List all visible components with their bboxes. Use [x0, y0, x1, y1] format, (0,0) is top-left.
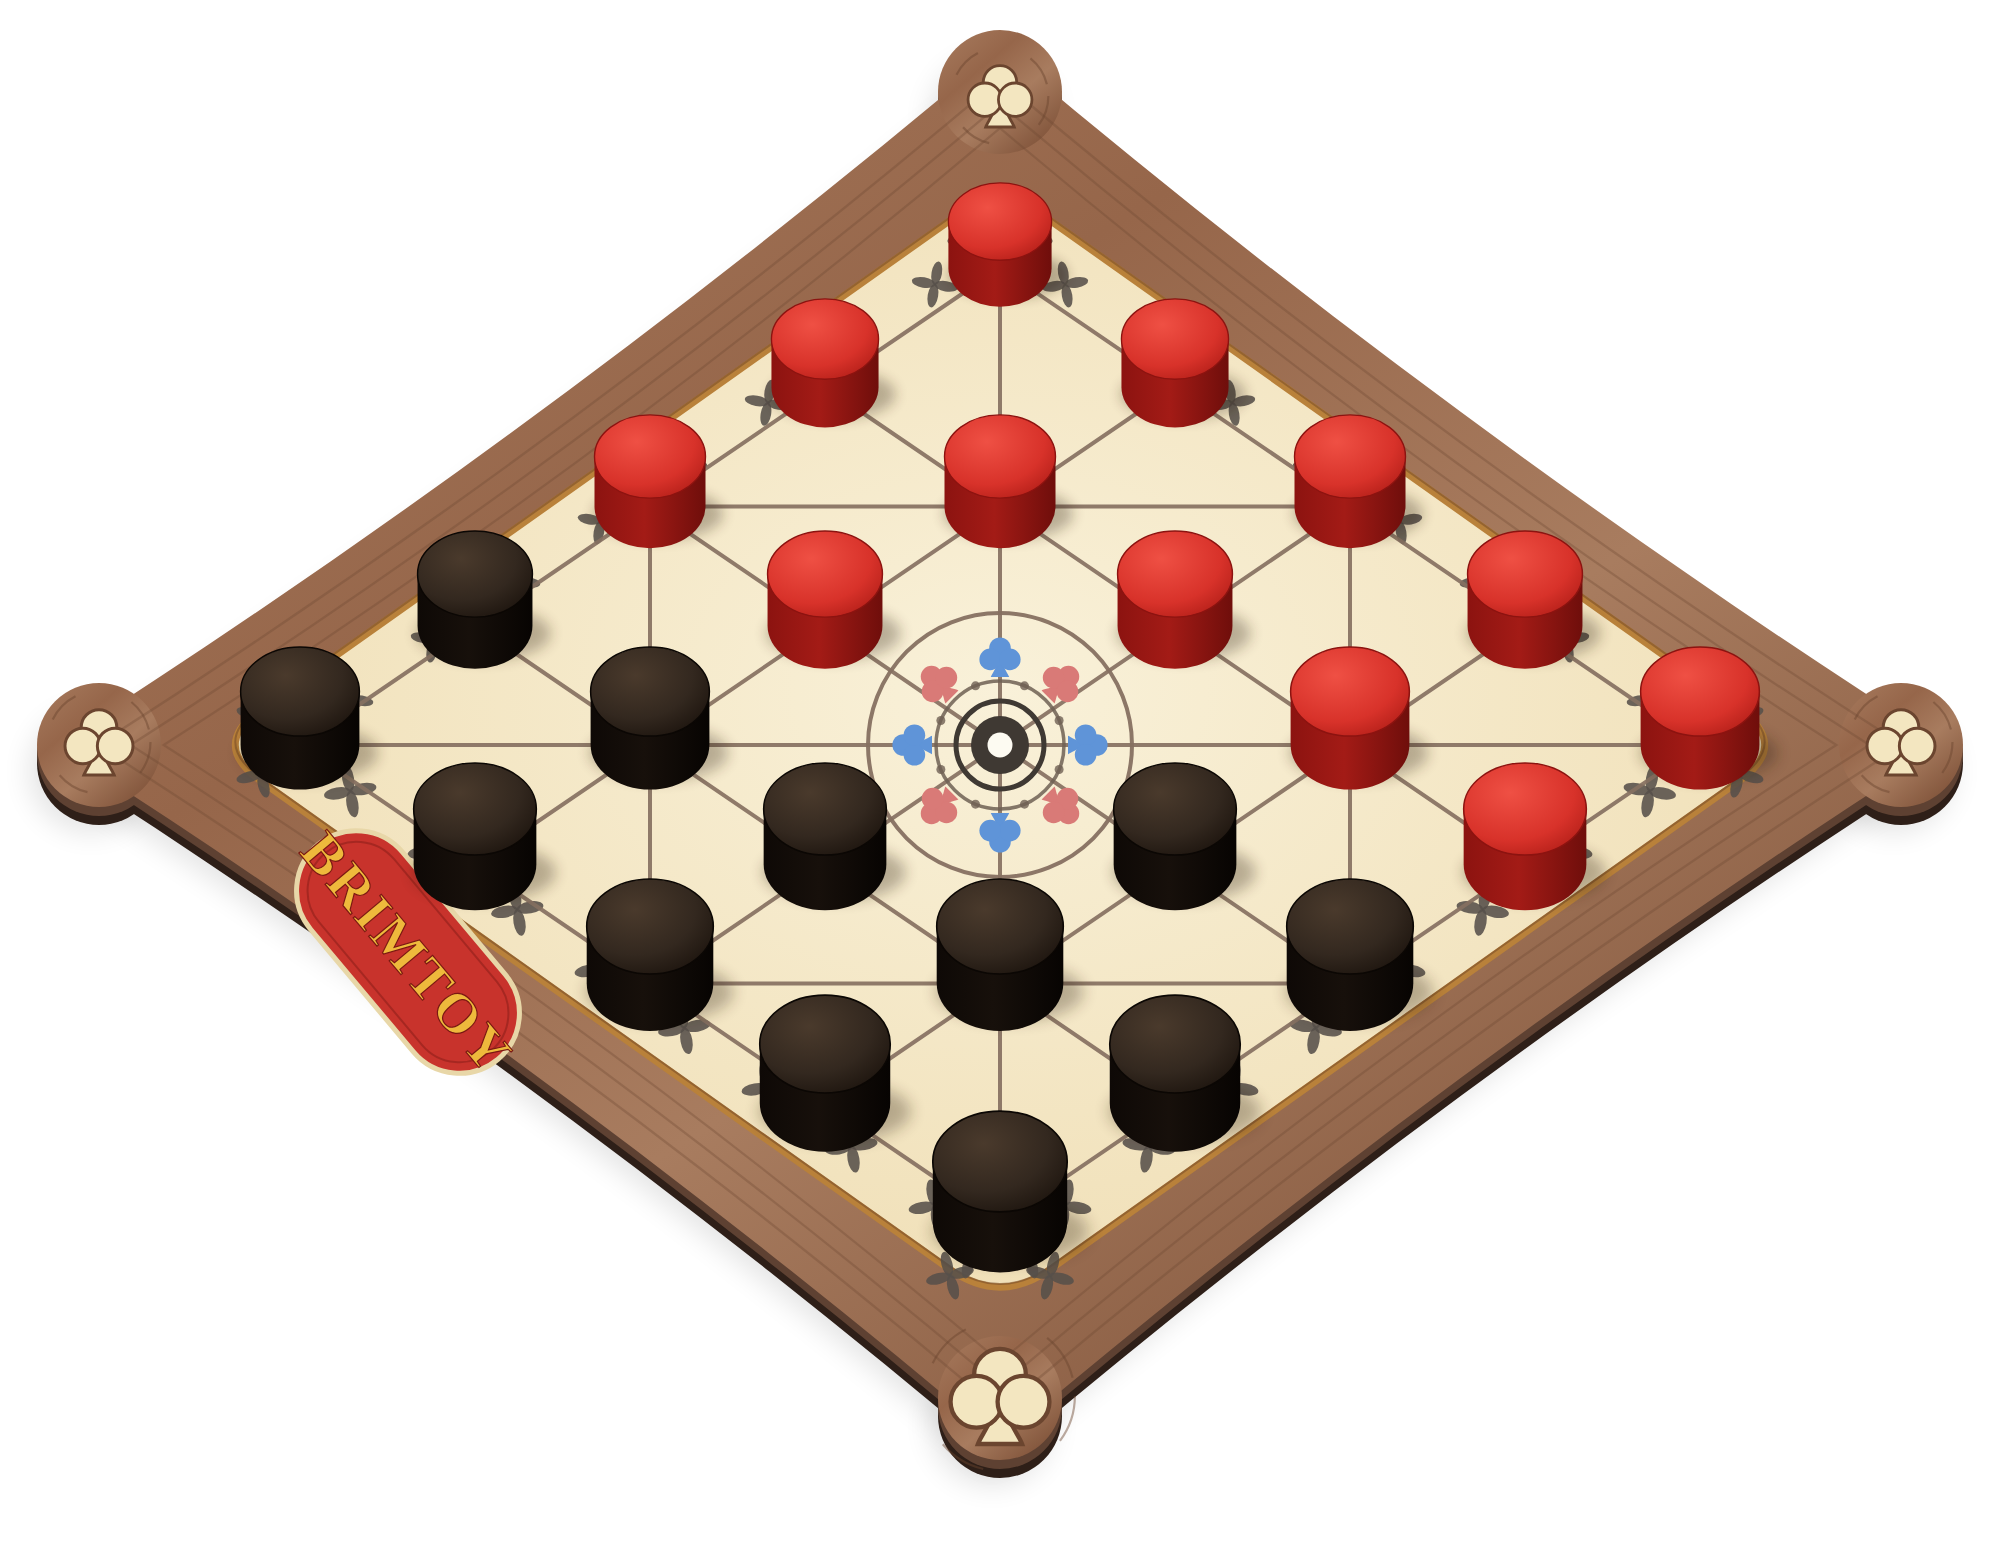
- alquerque-board: BRIMTOY: [0, 0, 2000, 1557]
- center-rosette: [868, 613, 1132, 877]
- product-photo-scene: BRIMTOY: [0, 0, 2000, 1557]
